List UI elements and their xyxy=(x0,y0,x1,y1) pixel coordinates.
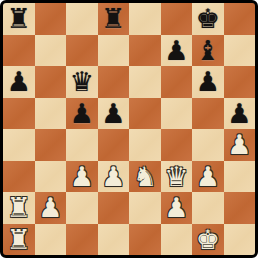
square-e8[interactable] xyxy=(129,3,161,35)
square-a2[interactable]: ♜ xyxy=(3,192,35,224)
square-e3[interactable]: ♞ xyxy=(129,161,161,193)
square-d1[interactable] xyxy=(98,224,130,256)
square-h5[interactable]: ♟ xyxy=(224,98,256,130)
black-pawn[interactable]: ♟ xyxy=(227,98,251,129)
square-g4[interactable] xyxy=(192,129,224,161)
square-b5[interactable] xyxy=(35,98,67,130)
square-h1[interactable] xyxy=(224,224,256,256)
white-pawn[interactable]: ♟ xyxy=(38,192,62,223)
white-rook[interactable]: ♜ xyxy=(7,224,31,255)
black-bishop[interactable]: ♝ xyxy=(196,35,220,66)
square-h2[interactable] xyxy=(224,192,256,224)
black-pawn[interactable]: ♟ xyxy=(70,98,94,129)
square-g1[interactable]: ♚ xyxy=(192,224,224,256)
square-g7[interactable]: ♝ xyxy=(192,35,224,67)
square-g2[interactable] xyxy=(192,192,224,224)
black-queen[interactable]: ♛ xyxy=(70,66,94,97)
square-g6[interactable]: ♟ xyxy=(192,66,224,98)
black-pawn[interactable]: ♟ xyxy=(101,98,125,129)
square-g3[interactable]: ♟ xyxy=(192,161,224,193)
black-rook[interactable]: ♜ xyxy=(101,3,125,34)
square-h4[interactable]: ♟ xyxy=(224,129,256,161)
square-a1[interactable]: ♜ xyxy=(3,224,35,256)
square-a7[interactable] xyxy=(3,35,35,67)
white-queen[interactable]: ♛ xyxy=(164,161,188,192)
square-d2[interactable] xyxy=(98,192,130,224)
square-d4[interactable] xyxy=(98,129,130,161)
white-pawn[interactable]: ♟ xyxy=(101,161,125,192)
black-pawn[interactable]: ♟ xyxy=(196,66,220,97)
square-h8[interactable] xyxy=(224,3,256,35)
square-f5[interactable] xyxy=(161,98,193,130)
square-b3[interactable] xyxy=(35,161,67,193)
square-f3[interactable]: ♛ xyxy=(161,161,193,193)
square-a4[interactable] xyxy=(3,129,35,161)
square-c5[interactable]: ♟ xyxy=(66,98,98,130)
white-pawn[interactable]: ♟ xyxy=(164,192,188,223)
square-b4[interactable] xyxy=(35,129,67,161)
square-b7[interactable] xyxy=(35,35,67,67)
square-f4[interactable] xyxy=(161,129,193,161)
chess-board-frame: ♜♜♚♟♝♟♛♟♟♟♟♟♟♟♞♛♟♜♟♟♜♚ xyxy=(0,0,258,258)
square-f8[interactable] xyxy=(161,3,193,35)
square-e5[interactable] xyxy=(129,98,161,130)
black-rook[interactable]: ♜ xyxy=(7,3,31,34)
square-h3[interactable] xyxy=(224,161,256,193)
square-f7[interactable]: ♟ xyxy=(161,35,193,67)
square-g8[interactable]: ♚ xyxy=(192,3,224,35)
square-a3[interactable] xyxy=(3,161,35,193)
square-f6[interactable] xyxy=(161,66,193,98)
square-d7[interactable] xyxy=(98,35,130,67)
square-e7[interactable] xyxy=(129,35,161,67)
square-a6[interactable]: ♟ xyxy=(3,66,35,98)
square-d5[interactable]: ♟ xyxy=(98,98,130,130)
white-pawn[interactable]: ♟ xyxy=(70,161,94,192)
square-a8[interactable]: ♜ xyxy=(3,3,35,35)
square-c2[interactable] xyxy=(66,192,98,224)
square-a5[interactable] xyxy=(3,98,35,130)
square-c1[interactable] xyxy=(66,224,98,256)
square-g5[interactable] xyxy=(192,98,224,130)
square-e2[interactable] xyxy=(129,192,161,224)
square-h7[interactable] xyxy=(224,35,256,67)
square-b2[interactable]: ♟ xyxy=(35,192,67,224)
square-c3[interactable]: ♟ xyxy=(66,161,98,193)
white-knight[interactable]: ♞ xyxy=(133,161,157,192)
square-b6[interactable] xyxy=(35,66,67,98)
black-pawn[interactable]: ♟ xyxy=(164,35,188,66)
square-c4[interactable] xyxy=(66,129,98,161)
square-c6[interactable]: ♛ xyxy=(66,66,98,98)
square-e6[interactable] xyxy=(129,66,161,98)
white-pawn[interactable]: ♟ xyxy=(227,129,251,160)
white-pawn[interactable]: ♟ xyxy=(196,161,220,192)
square-d3[interactable]: ♟ xyxy=(98,161,130,193)
square-e1[interactable] xyxy=(129,224,161,256)
square-f2[interactable]: ♟ xyxy=(161,192,193,224)
square-h6[interactable] xyxy=(224,66,256,98)
white-rook[interactable]: ♜ xyxy=(7,192,31,223)
square-d8[interactable]: ♜ xyxy=(98,3,130,35)
black-pawn[interactable]: ♟ xyxy=(7,66,31,97)
chess-board: ♜♜♚♟♝♟♛♟♟♟♟♟♟♟♞♛♟♜♟♟♜♚ xyxy=(3,3,255,255)
square-b1[interactable] xyxy=(35,224,67,256)
square-c8[interactable] xyxy=(66,3,98,35)
square-d6[interactable] xyxy=(98,66,130,98)
square-f1[interactable] xyxy=(161,224,193,256)
white-king[interactable]: ♚ xyxy=(196,224,220,255)
black-king[interactable]: ♚ xyxy=(196,3,220,34)
square-e4[interactable] xyxy=(129,129,161,161)
square-b8[interactable] xyxy=(35,3,67,35)
square-c7[interactable] xyxy=(66,35,98,67)
